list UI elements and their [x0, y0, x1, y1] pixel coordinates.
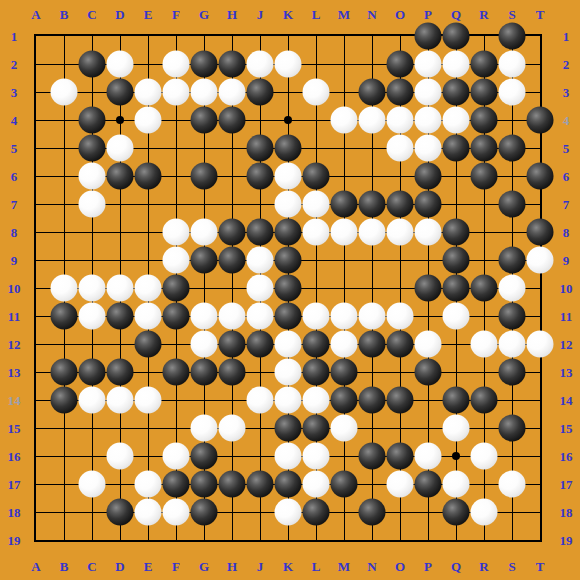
white-stone-S2[interactable]: [499, 51, 526, 78]
column-label-top-L: L: [312, 8, 321, 21]
white-stone-E10[interactable]: [135, 275, 162, 302]
white-stone-C6[interactable]: [79, 163, 106, 190]
white-stone-K14[interactable]: [275, 387, 302, 414]
white-stone-S17[interactable]: [499, 471, 526, 498]
black-stone-E12[interactable]: [135, 331, 162, 358]
white-stone-L11[interactable]: [303, 303, 330, 330]
star-point: [116, 116, 124, 124]
row-label-left-18: 18: [8, 506, 21, 519]
black-stone-H8[interactable]: [219, 219, 246, 246]
row-label-right-9: 9: [563, 254, 570, 267]
white-stone-N8[interactable]: [359, 219, 386, 246]
star-point: [284, 116, 292, 124]
white-stone-F8[interactable]: [163, 219, 190, 246]
black-stone-N16[interactable]: [359, 443, 386, 470]
row-label-left-15: 15: [8, 422, 21, 435]
row-label-right-5: 5: [563, 142, 570, 155]
white-stone-M11[interactable]: [331, 303, 358, 330]
black-stone-T8[interactable]: [527, 219, 554, 246]
black-stone-O12[interactable]: [387, 331, 414, 358]
white-stone-C14[interactable]: [79, 387, 106, 414]
black-stone-Q10[interactable]: [443, 275, 470, 302]
row-label-right-10: 10: [560, 282, 573, 295]
column-label-top-Q: Q: [451, 8, 461, 21]
column-label-bottom-A: A: [31, 560, 40, 573]
white-stone-O5[interactable]: [387, 135, 414, 162]
white-stone-K6[interactable]: [275, 163, 302, 190]
black-stone-E6[interactable]: [135, 163, 162, 190]
black-stone-Q8[interactable]: [443, 219, 470, 246]
black-stone-C13[interactable]: [79, 359, 106, 386]
black-stone-M7[interactable]: [331, 191, 358, 218]
row-label-right-12: 12: [560, 338, 573, 351]
black-stone-F11[interactable]: [163, 303, 190, 330]
row-label-left-13: 13: [8, 366, 21, 379]
white-stone-M8[interactable]: [331, 219, 358, 246]
white-stone-P4[interactable]: [415, 107, 442, 134]
white-stone-M12[interactable]: [331, 331, 358, 358]
black-stone-K11[interactable]: [275, 303, 302, 330]
white-stone-L7[interactable]: [303, 191, 330, 218]
white-stone-K13[interactable]: [275, 359, 302, 386]
black-stone-H17[interactable]: [219, 471, 246, 498]
white-stone-E4[interactable]: [135, 107, 162, 134]
white-stone-D5[interactable]: [107, 135, 134, 162]
black-stone-D11[interactable]: [107, 303, 134, 330]
white-stone-L16[interactable]: [303, 443, 330, 470]
black-stone-P17[interactable]: [415, 471, 442, 498]
black-stone-L12[interactable]: [303, 331, 330, 358]
black-stone-J12[interactable]: [247, 331, 274, 358]
row-label-left-3: 3: [11, 86, 18, 99]
black-stone-Q9[interactable]: [443, 247, 470, 274]
black-stone-F10[interactable]: [163, 275, 190, 302]
column-label-bottom-E: E: [144, 560, 153, 573]
black-stone-J6[interactable]: [247, 163, 274, 190]
column-label-top-T: T: [536, 8, 545, 21]
column-label-bottom-N: N: [367, 560, 376, 573]
white-stone-R18[interactable]: [471, 499, 498, 526]
black-stone-P1[interactable]: [415, 23, 442, 50]
column-label-top-E: E: [144, 8, 153, 21]
white-stone-Q15[interactable]: [443, 415, 470, 442]
column-label-bottom-C: C: [87, 560, 96, 573]
white-stone-F2[interactable]: [163, 51, 190, 78]
white-stone-S10[interactable]: [499, 275, 526, 302]
black-stone-N18[interactable]: [359, 499, 386, 526]
white-stone-G12[interactable]: [191, 331, 218, 358]
black-stone-H13[interactable]: [219, 359, 246, 386]
row-label-right-18: 18: [560, 506, 573, 519]
column-label-bottom-M: M: [338, 560, 350, 573]
column-label-top-P: P: [424, 8, 432, 21]
black-stone-D13[interactable]: [107, 359, 134, 386]
row-label-left-19: 19: [8, 534, 21, 547]
black-stone-J8[interactable]: [247, 219, 274, 246]
black-stone-C5[interactable]: [79, 135, 106, 162]
white-stone-M15[interactable]: [331, 415, 358, 442]
column-label-top-J: J: [257, 8, 264, 21]
black-stone-G18[interactable]: [191, 499, 218, 526]
black-stone-P7[interactable]: [415, 191, 442, 218]
row-label-right-1: 1: [563, 30, 570, 43]
white-stone-P12[interactable]: [415, 331, 442, 358]
column-label-bottom-O: O: [395, 560, 405, 573]
white-stone-N4[interactable]: [359, 107, 386, 134]
row-label-right-15: 15: [560, 422, 573, 435]
black-stone-T6[interactable]: [527, 163, 554, 190]
column-label-top-D: D: [115, 8, 124, 21]
white-stone-O4[interactable]: [387, 107, 414, 134]
white-stone-L17[interactable]: [303, 471, 330, 498]
column-label-top-S: S: [508, 8, 515, 21]
column-label-bottom-S: S: [508, 560, 515, 573]
white-stone-Q2[interactable]: [443, 51, 470, 78]
column-label-bottom-H: H: [227, 560, 237, 573]
column-label-top-M: M: [338, 8, 350, 21]
row-label-left-1: 1: [11, 30, 18, 43]
row-label-right-7: 7: [563, 198, 570, 211]
column-label-bottom-F: F: [172, 560, 180, 573]
row-label-left-6: 6: [11, 170, 18, 183]
white-stone-M4[interactable]: [331, 107, 358, 134]
white-stone-T12[interactable]: [527, 331, 554, 358]
column-label-bottom-D: D: [115, 560, 124, 573]
column-label-top-G: G: [199, 8, 209, 21]
black-stone-O7[interactable]: [387, 191, 414, 218]
black-stone-Q18[interactable]: [443, 499, 470, 526]
black-stone-K8[interactable]: [275, 219, 302, 246]
row-label-left-17: 17: [8, 478, 21, 491]
row-label-right-19: 19: [560, 534, 573, 547]
black-stone-B14[interactable]: [51, 387, 78, 414]
white-stone-E3[interactable]: [135, 79, 162, 106]
row-label-right-4: 4: [563, 114, 570, 127]
black-stone-R10[interactable]: [471, 275, 498, 302]
white-stone-B10[interactable]: [51, 275, 78, 302]
column-label-bottom-G: G: [199, 560, 209, 573]
star-point: [452, 452, 460, 460]
black-stone-F17[interactable]: [163, 471, 190, 498]
black-stone-K9[interactable]: [275, 247, 302, 274]
black-stone-M17[interactable]: [331, 471, 358, 498]
black-stone-Q3[interactable]: [443, 79, 470, 106]
black-stone-R6[interactable]: [471, 163, 498, 190]
black-stone-J5[interactable]: [247, 135, 274, 162]
black-stone-B11[interactable]: [51, 303, 78, 330]
black-stone-G2[interactable]: [191, 51, 218, 78]
white-stone-J2[interactable]: [247, 51, 274, 78]
row-label-right-17: 17: [560, 478, 573, 491]
white-stone-P8[interactable]: [415, 219, 442, 246]
white-stone-P5[interactable]: [415, 135, 442, 162]
white-stone-R16[interactable]: [471, 443, 498, 470]
black-stone-Q14[interactable]: [443, 387, 470, 414]
column-label-top-C: C: [87, 8, 96, 21]
black-stone-C4[interactable]: [79, 107, 106, 134]
column-label-top-K: K: [283, 8, 293, 21]
white-stone-C17[interactable]: [79, 471, 106, 498]
black-stone-L6[interactable]: [303, 163, 330, 190]
white-stone-L8[interactable]: [303, 219, 330, 246]
row-label-right-13: 13: [560, 366, 573, 379]
row-label-right-11: 11: [560, 310, 572, 323]
white-stone-N11[interactable]: [359, 303, 386, 330]
black-stone-T4[interactable]: [527, 107, 554, 134]
black-stone-K5[interactable]: [275, 135, 302, 162]
white-stone-K18[interactable]: [275, 499, 302, 526]
black-stone-Q1[interactable]: [443, 23, 470, 50]
black-stone-K17[interactable]: [275, 471, 302, 498]
white-stone-D2[interactable]: [107, 51, 134, 78]
white-stone-C11[interactable]: [79, 303, 106, 330]
black-stone-N14[interactable]: [359, 387, 386, 414]
white-stone-J14[interactable]: [247, 387, 274, 414]
white-stone-T9[interactable]: [527, 247, 554, 274]
white-stone-J11[interactable]: [247, 303, 274, 330]
white-stone-G11[interactable]: [191, 303, 218, 330]
white-stone-S12[interactable]: [499, 331, 526, 358]
row-label-left-16: 16: [8, 450, 21, 463]
black-stone-R4[interactable]: [471, 107, 498, 134]
white-stone-P3[interactable]: [415, 79, 442, 106]
black-stone-R2[interactable]: [471, 51, 498, 78]
black-stone-F13[interactable]: [163, 359, 190, 386]
white-stone-D16[interactable]: [107, 443, 134, 470]
black-stone-M13[interactable]: [331, 359, 358, 386]
row-label-left-11: 11: [8, 310, 20, 323]
black-stone-R5[interactable]: [471, 135, 498, 162]
row-label-left-10: 10: [8, 282, 21, 295]
white-stone-H15[interactable]: [219, 415, 246, 442]
column-label-bottom-P: P: [424, 560, 432, 573]
column-label-top-A: A: [31, 8, 40, 21]
black-stone-G17[interactable]: [191, 471, 218, 498]
white-stone-E11[interactable]: [135, 303, 162, 330]
black-stone-K15[interactable]: [275, 415, 302, 442]
go-board-app: AABBCCDDEEFFGGHHJJKKLLMMNNOOPPQQRRSSTT11…: [0, 0, 580, 580]
black-stone-N7[interactable]: [359, 191, 386, 218]
black-stone-H12[interactable]: [219, 331, 246, 358]
row-label-right-8: 8: [563, 226, 570, 239]
black-stone-H9[interactable]: [219, 247, 246, 274]
white-stone-K16[interactable]: [275, 443, 302, 470]
white-stone-K12[interactable]: [275, 331, 302, 358]
black-stone-L15[interactable]: [303, 415, 330, 442]
column-label-bottom-R: R: [479, 560, 488, 573]
black-stone-D18[interactable]: [107, 499, 134, 526]
white-stone-C7[interactable]: [79, 191, 106, 218]
column-label-bottom-J: J: [257, 560, 264, 573]
column-label-top-R: R: [479, 8, 488, 21]
white-stone-R12[interactable]: [471, 331, 498, 358]
white-stone-E14[interactable]: [135, 387, 162, 414]
black-stone-O14[interactable]: [387, 387, 414, 414]
black-stone-G6[interactable]: [191, 163, 218, 190]
row-label-left-7: 7: [11, 198, 18, 211]
black-stone-G13[interactable]: [191, 359, 218, 386]
white-stone-L14[interactable]: [303, 387, 330, 414]
white-stone-J9[interactable]: [247, 247, 274, 274]
black-stone-K10[interactable]: [275, 275, 302, 302]
black-stone-S15[interactable]: [499, 415, 526, 442]
column-label-bottom-T: T: [536, 560, 545, 573]
black-stone-D3[interactable]: [107, 79, 134, 106]
black-stone-O16[interactable]: [387, 443, 414, 470]
black-stone-P13[interactable]: [415, 359, 442, 386]
black-stone-J17[interactable]: [247, 471, 274, 498]
black-stone-S7[interactable]: [499, 191, 526, 218]
column-label-top-O: O: [395, 8, 405, 21]
black-stone-G16[interactable]: [191, 443, 218, 470]
row-label-left-5: 5: [11, 142, 18, 155]
white-stone-J10[interactable]: [247, 275, 274, 302]
column-label-top-H: H: [227, 8, 237, 21]
column-label-bottom-K: K: [283, 560, 293, 573]
row-label-right-6: 6: [563, 170, 570, 183]
black-stone-S9[interactable]: [499, 247, 526, 274]
black-stone-S5[interactable]: [499, 135, 526, 162]
black-stone-S13[interactable]: [499, 359, 526, 386]
white-stone-F18[interactable]: [163, 499, 190, 526]
black-stone-G4[interactable]: [191, 107, 218, 134]
column-label-bottom-L: L: [312, 560, 321, 573]
white-stone-Q4[interactable]: [443, 107, 470, 134]
column-label-bottom-B: B: [60, 560, 69, 573]
black-stone-O2[interactable]: [387, 51, 414, 78]
white-stone-H3[interactable]: [219, 79, 246, 106]
white-stone-G8[interactable]: [191, 219, 218, 246]
black-stone-N3[interactable]: [359, 79, 386, 106]
black-stone-N12[interactable]: [359, 331, 386, 358]
white-stone-O17[interactable]: [387, 471, 414, 498]
white-stone-H11[interactable]: [219, 303, 246, 330]
column-label-top-F: F: [172, 8, 180, 21]
black-stone-H4[interactable]: [219, 107, 246, 134]
white-stone-G3[interactable]: [191, 79, 218, 106]
white-stone-D10[interactable]: [107, 275, 134, 302]
white-stone-F16[interactable]: [163, 443, 190, 470]
black-stone-C2[interactable]: [79, 51, 106, 78]
white-stone-L3[interactable]: [303, 79, 330, 106]
row-label-right-14: 14: [560, 394, 573, 407]
white-stone-O8[interactable]: [387, 219, 414, 246]
white-stone-G15[interactable]: [191, 415, 218, 442]
white-stone-K2[interactable]: [275, 51, 302, 78]
white-stone-K7[interactable]: [275, 191, 302, 218]
white-stone-E17[interactable]: [135, 471, 162, 498]
black-stone-Q5[interactable]: [443, 135, 470, 162]
white-stone-P2[interactable]: [415, 51, 442, 78]
column-label-top-B: B: [60, 8, 69, 21]
column-label-top-N: N: [367, 8, 376, 21]
black-stone-P10[interactable]: [415, 275, 442, 302]
white-stone-S3[interactable]: [499, 79, 526, 106]
row-label-right-3: 3: [563, 86, 570, 99]
black-stone-L13[interactable]: [303, 359, 330, 386]
row-label-left-4: 4: [11, 114, 18, 127]
column-label-bottom-Q: Q: [451, 560, 461, 573]
white-stone-D14[interactable]: [107, 387, 134, 414]
row-label-right-2: 2: [563, 58, 570, 71]
white-stone-O11[interactable]: [387, 303, 414, 330]
white-stone-C10[interactable]: [79, 275, 106, 302]
black-stone-S1[interactable]: [499, 23, 526, 50]
black-stone-G9[interactable]: [191, 247, 218, 274]
white-stone-F9[interactable]: [163, 247, 190, 274]
row-label-left-14: 14: [8, 394, 21, 407]
row-label-right-16: 16: [560, 450, 573, 463]
row-label-left-12: 12: [8, 338, 21, 351]
white-stone-B3[interactable]: [51, 79, 78, 106]
row-label-left-9: 9: [11, 254, 18, 267]
black-stone-B13[interactable]: [51, 359, 78, 386]
white-stone-F3[interactable]: [163, 79, 190, 106]
black-stone-L18[interactable]: [303, 499, 330, 526]
black-stone-O3[interactable]: [387, 79, 414, 106]
black-stone-P6[interactable]: [415, 163, 442, 190]
white-stone-P16[interactable]: [415, 443, 442, 470]
black-stone-R3[interactable]: [471, 79, 498, 106]
black-stone-J3[interactable]: [247, 79, 274, 106]
black-stone-R14[interactable]: [471, 387, 498, 414]
black-stone-H2[interactable]: [219, 51, 246, 78]
row-label-left-8: 8: [11, 226, 18, 239]
white-stone-E18[interactable]: [135, 499, 162, 526]
row-label-left-2: 2: [11, 58, 18, 71]
white-stone-Q17[interactable]: [443, 471, 470, 498]
white-stone-Q11[interactable]: [443, 303, 470, 330]
black-stone-M14[interactable]: [331, 387, 358, 414]
black-stone-S11[interactable]: [499, 303, 526, 330]
black-stone-D6[interactable]: [107, 163, 134, 190]
